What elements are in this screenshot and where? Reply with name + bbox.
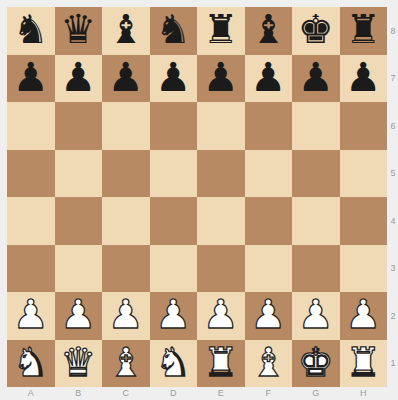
square-a3[interactable] <box>7 245 55 293</box>
square-c4[interactable] <box>102 197 150 245</box>
black-pawn-piece[interactable]: ♟ <box>203 54 239 101</box>
square-f7[interactable]: ♟ <box>245 55 293 103</box>
square-f8[interactable]: ♝ <box>245 7 293 55</box>
black-rook-piece[interactable]: ♜ <box>203 6 239 53</box>
rank-label-1: 1 <box>388 340 398 388</box>
square-h1[interactable]: ♜ <box>340 340 388 388</box>
white-bishop-piece[interactable]: ♝ <box>108 339 144 386</box>
square-g6[interactable] <box>292 102 340 150</box>
square-f5[interactable] <box>245 150 293 198</box>
rank-labels: 87654321 <box>388 7 398 387</box>
square-h5[interactable] <box>340 150 388 198</box>
square-b5[interactable] <box>55 150 103 198</box>
square-a2[interactable]: ♟ <box>7 292 55 340</box>
square-b7[interactable]: ♟ <box>55 55 103 103</box>
file-labels: ABCDEFGH <box>7 386 387 400</box>
square-b4[interactable] <box>55 197 103 245</box>
square-f6[interactable] <box>245 102 293 150</box>
square-g8[interactable]: ♚ <box>292 7 340 55</box>
rank-label-5: 5 <box>388 150 398 198</box>
black-pawn-piece[interactable]: ♟ <box>250 54 286 101</box>
file-label-a: A <box>7 386 55 400</box>
square-h6[interactable] <box>340 102 388 150</box>
file-label-b: B <box>55 386 103 400</box>
square-c7[interactable]: ♟ <box>102 55 150 103</box>
black-king-piece[interactable]: ♚ <box>298 6 334 53</box>
square-a8[interactable]: ♞ <box>7 7 55 55</box>
square-c6[interactable] <box>102 102 150 150</box>
white-pawn-piece[interactable]: ♟ <box>298 291 334 338</box>
white-pawn-piece[interactable]: ♟ <box>203 291 239 338</box>
white-pawn-piece[interactable]: ♟ <box>250 291 286 338</box>
black-rook-piece[interactable]: ♜ <box>345 6 381 53</box>
white-pawn-piece[interactable]: ♟ <box>108 291 144 338</box>
square-h3[interactable] <box>340 245 388 293</box>
rank-label-3: 3 <box>388 245 398 293</box>
square-d3[interactable] <box>150 245 198 293</box>
square-c8[interactable]: ♝ <box>102 7 150 55</box>
file-label-c: C <box>102 386 150 400</box>
square-b2[interactable]: ♟ <box>55 292 103 340</box>
file-label-f: F <box>245 386 293 400</box>
square-h7[interactable]: ♟ <box>340 55 388 103</box>
square-e6[interactable] <box>197 102 245 150</box>
square-b6[interactable] <box>55 102 103 150</box>
black-pawn-piece[interactable]: ♟ <box>13 54 49 101</box>
square-h8[interactable]: ♜ <box>340 7 388 55</box>
square-g3[interactable] <box>292 245 340 293</box>
rank-label-8: 8 <box>388 7 398 55</box>
black-pawn-piece[interactable]: ♟ <box>155 54 191 101</box>
square-b3[interactable] <box>55 245 103 293</box>
square-e4[interactable] <box>197 197 245 245</box>
square-c2[interactable]: ♟ <box>102 292 150 340</box>
square-e1[interactable]: ♜ <box>197 340 245 388</box>
white-rook-piece[interactable]: ♜ <box>345 339 381 386</box>
square-d2[interactable]: ♟ <box>150 292 198 340</box>
white-pawn-piece[interactable]: ♟ <box>155 291 191 338</box>
white-rook-piece[interactable]: ♜ <box>203 339 239 386</box>
square-a7[interactable]: ♟ <box>7 55 55 103</box>
square-d7[interactable]: ♟ <box>150 55 198 103</box>
white-knight-piece[interactable]: ♞ <box>155 339 191 386</box>
square-b1[interactable]: ♛ <box>55 340 103 388</box>
square-e5[interactable] <box>197 150 245 198</box>
square-g1[interactable]: ♚ <box>292 340 340 388</box>
square-e8[interactable]: ♜ <box>197 7 245 55</box>
rank-label-4: 4 <box>388 197 398 245</box>
square-a1[interactable]: ♞ <box>7 340 55 388</box>
black-pawn-piece[interactable]: ♟ <box>345 54 381 101</box>
black-bishop-piece[interactable]: ♝ <box>250 6 286 53</box>
square-c3[interactable] <box>102 245 150 293</box>
square-h4[interactable] <box>340 197 388 245</box>
white-knight-piece[interactable]: ♞ <box>13 339 49 386</box>
black-pawn-piece[interactable]: ♟ <box>108 54 144 101</box>
rank-label-6: 6 <box>388 102 398 150</box>
square-f4[interactable] <box>245 197 293 245</box>
rank-label-7: 7 <box>388 55 398 103</box>
black-knight-piece[interactable]: ♞ <box>13 6 49 53</box>
file-label-e: E <box>197 386 245 400</box>
square-g4[interactable] <box>292 197 340 245</box>
file-label-d: D <box>150 386 198 400</box>
black-pawn-piece[interactable]: ♟ <box>298 54 334 101</box>
file-label-h: H <box>340 386 388 400</box>
square-g5[interactable] <box>292 150 340 198</box>
square-d4[interactable] <box>150 197 198 245</box>
square-f3[interactable] <box>245 245 293 293</box>
square-h2[interactable]: ♟ <box>340 292 388 340</box>
black-knight-piece[interactable]: ♞ <box>155 6 191 53</box>
square-a4[interactable] <box>7 197 55 245</box>
square-g7[interactable]: ♟ <box>292 55 340 103</box>
square-b8[interactable]: ♛ <box>55 7 103 55</box>
white-bishop-piece[interactable]: ♝ <box>250 339 286 386</box>
square-a5[interactable] <box>7 150 55 198</box>
square-e2[interactable]: ♟ <box>197 292 245 340</box>
chess-board: ♞♛♝♞♜♝♚♜♟♟♟♟♟♟♟♟♟♟♟♟♟♟♟♟♞♛♝♞♜♝♚♜ <box>7 7 387 387</box>
square-d8[interactable]: ♞ <box>150 7 198 55</box>
square-d1[interactable]: ♞ <box>150 340 198 388</box>
square-f1[interactable]: ♝ <box>245 340 293 388</box>
black-bishop-piece[interactable]: ♝ <box>108 6 144 53</box>
black-pawn-piece[interactable]: ♟ <box>60 54 96 101</box>
file-label-g: G <box>292 386 340 400</box>
square-g2[interactable]: ♟ <box>292 292 340 340</box>
square-d5[interactable] <box>150 150 198 198</box>
white-pawn-piece[interactable]: ♟ <box>60 291 96 338</box>
square-a6[interactable] <box>7 102 55 150</box>
square-c5[interactable] <box>102 150 150 198</box>
white-queen-piece[interactable]: ♛ <box>60 339 96 386</box>
white-pawn-piece[interactable]: ♟ <box>13 291 49 338</box>
white-king-piece[interactable]: ♚ <box>298 339 334 386</box>
square-d6[interactable] <box>150 102 198 150</box>
black-queen-piece[interactable]: ♛ <box>60 6 96 53</box>
square-f2[interactable]: ♟ <box>245 292 293 340</box>
white-pawn-piece[interactable]: ♟ <box>345 291 381 338</box>
rank-label-2: 2 <box>388 292 398 340</box>
chess-app: ♞♛♝♞♜♝♚♜♟♟♟♟♟♟♟♟♟♟♟♟♟♟♟♟♞♛♝♞♜♝♚♜ 8765432… <box>0 0 398 400</box>
square-e7[interactable]: ♟ <box>197 55 245 103</box>
square-e3[interactable] <box>197 245 245 293</box>
square-c1[interactable]: ♝ <box>102 340 150 388</box>
